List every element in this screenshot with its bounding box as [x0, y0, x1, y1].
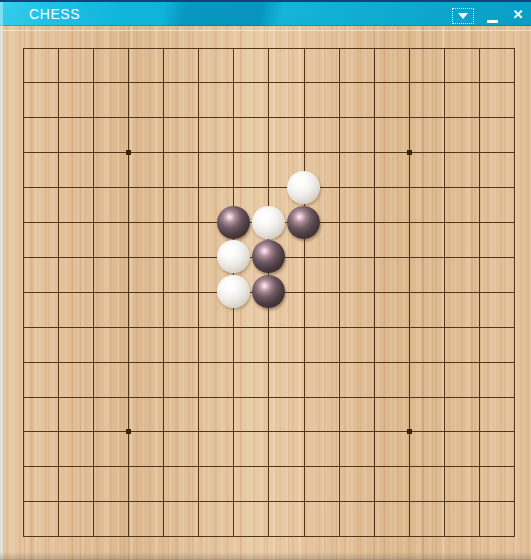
stone-black — [252, 240, 285, 273]
stone-black — [217, 206, 250, 239]
grid-line-vertical — [479, 48, 480, 538]
menu-dropdown-button[interactable] — [452, 8, 474, 24]
grid-line-vertical — [374, 48, 375, 538]
grid-line-horizontal — [23, 536, 515, 537]
star-point — [126, 150, 131, 155]
window-title: CHESS — [29, 6, 80, 22]
grid-line-vertical — [514, 48, 515, 538]
grid-line-horizontal — [23, 397, 515, 398]
minimize-icon — [487, 20, 498, 23]
grid-line-vertical — [304, 48, 305, 538]
app-window: CHESS ✕ — [0, 0, 531, 560]
stone-white — [287, 171, 320, 204]
stone-white — [217, 275, 250, 308]
grid-line-vertical — [339, 48, 340, 538]
chevron-down-icon — [458, 13, 468, 19]
star-point — [407, 150, 412, 155]
stone-black — [287, 206, 320, 239]
close-button[interactable]: ✕ — [508, 5, 528, 24]
grid-line-horizontal — [23, 431, 515, 432]
stone-white — [252, 206, 285, 239]
titlebar: CHESS ✕ — [0, 0, 531, 26]
grid-line-horizontal — [23, 501, 515, 502]
stone-white — [217, 240, 250, 273]
star-point — [126, 429, 131, 434]
grid-line-vertical — [444, 48, 445, 538]
stone-black — [252, 275, 285, 308]
minimize-button[interactable] — [483, 6, 501, 24]
grid-line-vertical — [409, 48, 410, 538]
board-top-seam — [0, 30, 531, 31]
goban-board[interactable] — [0, 26, 531, 560]
close-icon: ✕ — [513, 7, 524, 22]
window-bottom-edge — [0, 552, 531, 560]
grid-line-horizontal — [23, 327, 515, 328]
grid-line-horizontal — [23, 362, 515, 363]
window-left-edge — [0, 26, 3, 560]
star-point — [407, 429, 412, 434]
grid-line-horizontal — [23, 466, 515, 467]
